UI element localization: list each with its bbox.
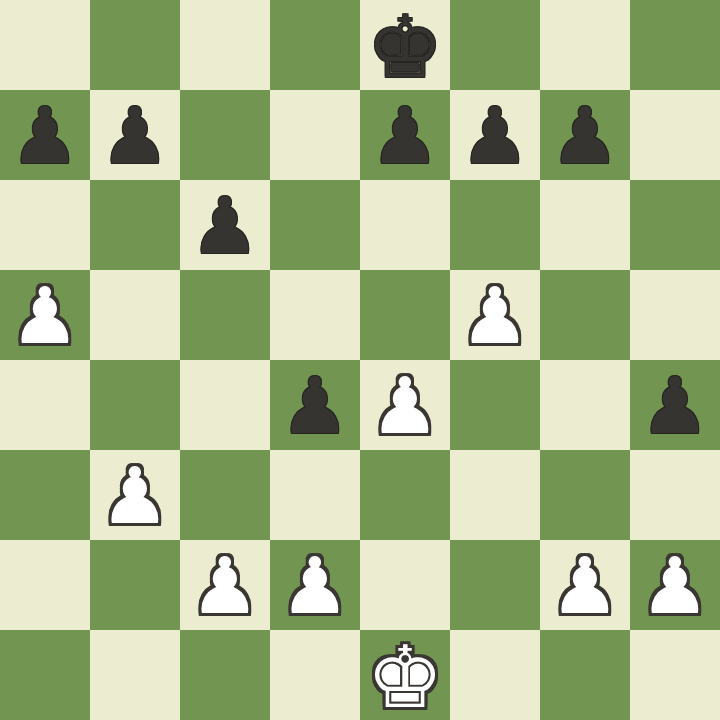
square-f7[interactable]: ♟ [450, 90, 540, 180]
square-a1[interactable] [0, 630, 90, 720]
square-h8[interactable] [630, 0, 720, 90]
square-g3[interactable] [540, 450, 630, 540]
square-a5[interactable]: ♟ [0, 270, 90, 360]
black-pawn[interactable]: ♟ [640, 367, 710, 445]
black-pawn[interactable]: ♟ [10, 97, 80, 175]
black-pawn[interactable]: ♟ [100, 97, 170, 175]
chess-board: ♚♟♟♟♟♟♟♟♟♟♟♟♟♟♟♟♟♚ [0, 0, 720, 720]
square-d3[interactable] [270, 450, 360, 540]
square-d2[interactable]: ♟ [270, 540, 360, 630]
square-c7[interactable] [180, 90, 270, 180]
square-e7[interactable]: ♟ [360, 90, 450, 180]
square-h2[interactable]: ♟ [630, 540, 720, 630]
square-h6[interactable] [630, 180, 720, 270]
square-b8[interactable] [90, 0, 180, 90]
black-pawn[interactable]: ♟ [460, 97, 530, 175]
square-b1[interactable] [90, 630, 180, 720]
square-b3[interactable]: ♟ [90, 450, 180, 540]
square-c8[interactable] [180, 0, 270, 90]
square-e2[interactable] [360, 540, 450, 630]
square-g4[interactable] [540, 360, 630, 450]
square-d4[interactable]: ♟ [270, 360, 360, 450]
white-pawn[interactable]: ♟ [460, 277, 530, 355]
square-f1[interactable] [450, 630, 540, 720]
square-h4[interactable]: ♟ [630, 360, 720, 450]
square-c5[interactable] [180, 270, 270, 360]
square-c4[interactable] [180, 360, 270, 450]
square-d7[interactable] [270, 90, 360, 180]
square-b4[interactable] [90, 360, 180, 450]
square-d1[interactable] [270, 630, 360, 720]
square-g8[interactable] [540, 0, 630, 90]
square-g2[interactable]: ♟ [540, 540, 630, 630]
square-b6[interactable] [90, 180, 180, 270]
square-h1[interactable] [630, 630, 720, 720]
square-f3[interactable] [450, 450, 540, 540]
square-a4[interactable] [0, 360, 90, 450]
square-b5[interactable] [90, 270, 180, 360]
square-e1[interactable]: ♚ [360, 630, 450, 720]
square-g5[interactable] [540, 270, 630, 360]
square-a7[interactable]: ♟ [0, 90, 90, 180]
square-b7[interactable]: ♟ [90, 90, 180, 180]
white-king[interactable]: ♚ [366, 634, 443, 720]
square-c3[interactable] [180, 450, 270, 540]
white-pawn[interactable]: ♟ [550, 547, 620, 625]
square-h5[interactable] [630, 270, 720, 360]
black-pawn[interactable]: ♟ [190, 187, 260, 265]
square-g7[interactable]: ♟ [540, 90, 630, 180]
square-g6[interactable] [540, 180, 630, 270]
square-h3[interactable] [630, 450, 720, 540]
white-pawn[interactable]: ♟ [640, 547, 710, 625]
white-pawn[interactable]: ♟ [370, 367, 440, 445]
square-h7[interactable] [630, 90, 720, 180]
square-c1[interactable] [180, 630, 270, 720]
white-pawn[interactable]: ♟ [190, 547, 260, 625]
square-e8[interactable]: ♚ [360, 0, 450, 90]
square-a2[interactable] [0, 540, 90, 630]
square-e6[interactable] [360, 180, 450, 270]
square-g1[interactable] [540, 630, 630, 720]
black-pawn[interactable]: ♟ [370, 97, 440, 175]
square-f6[interactable] [450, 180, 540, 270]
white-pawn[interactable]: ♟ [100, 457, 170, 535]
square-e5[interactable] [360, 270, 450, 360]
white-pawn[interactable]: ♟ [280, 547, 350, 625]
square-d8[interactable] [270, 0, 360, 90]
square-f4[interactable] [450, 360, 540, 450]
square-a6[interactable] [0, 180, 90, 270]
square-f5[interactable]: ♟ [450, 270, 540, 360]
square-f8[interactable] [450, 0, 540, 90]
square-a3[interactable] [0, 450, 90, 540]
black-pawn[interactable]: ♟ [280, 367, 350, 445]
square-e3[interactable] [360, 450, 450, 540]
square-c6[interactable]: ♟ [180, 180, 270, 270]
square-e4[interactable]: ♟ [360, 360, 450, 450]
square-b2[interactable] [90, 540, 180, 630]
square-a8[interactable] [0, 0, 90, 90]
square-d6[interactable] [270, 180, 360, 270]
square-d5[interactable] [270, 270, 360, 360]
black-king[interactable]: ♚ [366, 4, 443, 90]
black-pawn[interactable]: ♟ [550, 97, 620, 175]
white-pawn[interactable]: ♟ [10, 277, 80, 355]
square-f2[interactable] [450, 540, 540, 630]
square-c2[interactable]: ♟ [180, 540, 270, 630]
